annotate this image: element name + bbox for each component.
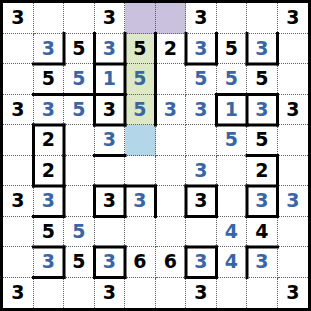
cell-r7c3[interactable] [64,186,95,217]
cell-r2c4[interactable]: 3 [95,34,126,65]
cell-r6c3[interactable] [64,156,95,187]
cell-value: 3 [255,252,268,271]
cell-value: 3 [11,191,24,210]
cell-r6c10[interactable] [278,156,309,187]
cell-value: 3 [286,8,299,27]
cell-r8c7[interactable] [186,217,217,248]
cell-r5c9[interactable]: 5 [247,125,278,156]
cell-r9c4[interactable]: 3 [95,247,126,278]
cell-r9c3[interactable]: 5 [64,247,95,278]
cell-r3c9[interactable]: 5 [247,64,278,95]
cell-value: 5 [225,69,238,88]
cell-value: 3 [103,252,116,271]
cell-r3c2[interactable]: 5 [34,64,65,95]
cell-r9c2[interactable]: 3 [34,247,65,278]
cell-r4c9[interactable]: 3 [247,95,278,126]
cell-r6c6[interactable] [156,156,187,187]
cell-r7c7[interactable]: 3 [186,186,217,217]
cell-r2c3[interactable]: 5 [64,34,95,65]
cell-r4c6[interactable]: 3 [156,95,187,126]
cell-r10c4[interactable]: 3 [95,278,126,309]
cell-r5c4[interactable]: 3 [95,125,126,156]
cell-r7c4[interactable]: 3 [95,186,126,217]
cell-r5c10[interactable] [278,125,309,156]
cell-value: 3 [103,39,116,58]
cell-r3c6[interactable] [156,64,187,95]
cell-r9c1[interactable] [3,247,34,278]
cell-value: 3 [194,161,207,180]
cell-value: 3 [194,191,207,210]
cell-value: 2 [42,130,55,149]
cell-r7c8[interactable] [217,186,248,217]
cell-value: 1 [225,100,238,119]
cell-value: 5 [133,100,146,119]
cell-r10c1[interactable]: 3 [3,278,34,309]
cell-value: 3 [103,8,116,27]
cell-value: 5 [133,39,146,58]
cell-value: 3 [42,191,55,210]
cell-value: 6 [133,252,146,271]
cell-r8c3[interactable]: 5 [64,217,95,248]
cell-r3c5[interactable]: 5 [125,64,156,95]
cell-r7c10[interactable]: 3 [278,186,309,217]
cell-r10c8[interactable] [217,278,248,309]
cell-value: 4 [255,222,268,241]
cell-value: 3 [42,100,55,119]
cell-value: 6 [164,252,177,271]
cell-r7c9[interactable]: 3 [247,186,278,217]
cell-r1c8[interactable] [217,3,248,34]
cell-r7c1[interactable]: 3 [3,186,34,217]
cell-value: 3 [194,283,207,302]
cell-r9c6[interactable]: 6 [156,247,187,278]
cell-r1c2[interactable] [34,3,65,34]
cell-r2c2[interactable]: 3 [34,34,65,65]
cell-r3c4[interactable]: 1 [95,64,126,95]
cell-value: 3 [11,8,24,27]
cell-r3c10[interactable] [278,64,309,95]
cell-r8c6[interactable] [156,217,187,248]
cell-r5c5[interactable] [125,125,156,156]
cell-r4c5[interactable]: 5 [125,95,156,126]
cell-r10c2[interactable] [34,278,65,309]
cell-r5c2[interactable]: 2 [34,125,65,156]
cell-value: 3 [286,283,299,302]
cell-r9c10[interactable] [278,247,309,278]
cell-value: 5 [194,69,207,88]
cell-value: 3 [11,283,24,302]
cell-r8c8[interactable]: 4 [217,217,248,248]
cell-r9c7[interactable]: 3 [186,247,217,278]
cell-r7c5[interactable]: 3 [125,186,156,217]
cell-value: 5 [72,39,85,58]
cell-value: 3 [103,191,116,210]
cell-r10c5[interactable] [125,278,156,309]
cell-r10c10[interactable]: 3 [278,278,309,309]
cell-r2c6[interactable]: 2 [156,34,187,65]
cell-r5c8[interactable]: 5 [217,125,248,156]
cell-value: 5 [225,130,238,149]
cell-r2c10[interactable] [278,34,309,65]
cell-value: 3 [286,100,299,119]
cell-r9c9[interactable]: 3 [247,247,278,278]
cell-value: 3 [103,283,116,302]
cell-value: 3 [255,39,268,58]
cell-value: 5 [255,130,268,149]
cell-r1c3[interactable] [64,3,95,34]
cell-r5c1[interactable] [3,125,34,156]
cell-r5c7[interactable] [186,125,217,156]
cell-r4c7[interactable]: 3 [186,95,217,126]
cell-r6c5[interactable] [125,156,156,187]
cell-value: 3 [255,100,268,119]
cell-value: 3 [42,39,55,58]
cell-r8c9[interactable]: 4 [247,217,278,248]
cell-value: 2 [42,161,55,180]
cell-value: 5 [255,69,268,88]
cell-r4c10[interactable]: 3 [278,95,309,126]
cell-r8c2[interactable]: 5 [34,217,65,248]
cell-r2c7[interactable]: 3 [186,34,217,65]
cell-r2c5[interactable]: 5 [125,34,156,65]
cell-value: 3 [194,8,207,27]
cell-r6c9[interactable]: 2 [247,156,278,187]
cell-r2c1[interactable] [3,34,34,65]
cell-value: 3 [194,100,207,119]
cell-r6c8[interactable] [217,156,248,187]
cell-value: 5 [72,100,85,119]
cell-r7c2[interactable]: 3 [34,186,65,217]
cell-value: 3 [42,252,55,271]
cell-r6c1[interactable] [3,156,34,187]
cell-r1c4[interactable]: 3 [95,3,126,34]
cell-r9c5[interactable]: 6 [125,247,156,278]
cell-r6c2[interactable]: 2 [34,156,65,187]
cell-value: 1 [103,69,116,88]
cell-r3c8[interactable]: 5 [217,64,248,95]
cell-value: 3 [194,252,207,271]
cell-value: 3 [286,191,299,210]
puzzle-grid[interactable]: 3333353523535515555335353313323552323333… [3,3,308,308]
cell-r1c1[interactable]: 3 [3,3,34,34]
puzzle-screenshot: 3333353523535515555335353313323552323333… [0,0,311,311]
cell-value: 5 [42,69,55,88]
cell-value: 5 [72,222,85,241]
cell-r3c7[interactable]: 5 [186,64,217,95]
cell-r8c5[interactable] [125,217,156,248]
cell-value: 5 [42,222,55,241]
cell-r4c8[interactable]: 1 [217,95,248,126]
cell-r2c9[interactable]: 3 [247,34,278,65]
cell-r8c4[interactable] [95,217,126,248]
cell-r10c3[interactable] [64,278,95,309]
cell-r4c2[interactable]: 3 [34,95,65,126]
cell-value: 2 [255,161,268,180]
cell-r8c1[interactable] [3,217,34,248]
cell-r10c6[interactable] [156,278,187,309]
cell-value: 3 [11,100,24,119]
cell-r1c7[interactable]: 3 [186,3,217,34]
cell-r6c4[interactable] [95,156,126,187]
cell-r8c10[interactable] [278,217,309,248]
cell-r4c4[interactable]: 3 [95,95,126,126]
cell-r10c7[interactable]: 3 [186,278,217,309]
cell-r4c3[interactable]: 5 [64,95,95,126]
cell-r1c5[interactable] [125,3,156,34]
cell-r1c9[interactable] [247,3,278,34]
cell-value: 5 [133,69,146,88]
cell-value: 2 [164,39,177,58]
cell-value: 3 [103,100,116,119]
cell-r1c10[interactable]: 3 [278,3,309,34]
cell-value: 3 [164,100,177,119]
cell-r10c9[interactable] [247,278,278,309]
cell-r3c3[interactable]: 5 [64,64,95,95]
cell-value: 3 [255,191,268,210]
cell-r4c1[interactable]: 3 [3,95,34,126]
cell-value: 4 [225,222,238,241]
cell-r6c7[interactable]: 3 [186,156,217,187]
cell-value: 3 [194,39,207,58]
cell-r7c6[interactable] [156,186,187,217]
cell-r1c6[interactable] [156,3,187,34]
cell-value: 5 [72,252,85,271]
cell-r3c1[interactable] [3,64,34,95]
puzzle-board: 3333353523535515555335353313323552323333… [0,0,311,311]
cell-value: 5 [72,69,85,88]
cell-r2c8[interactable]: 5 [217,34,248,65]
cell-r5c6[interactable] [156,125,187,156]
cell-value: 5 [225,39,238,58]
cell-r5c3[interactable] [64,125,95,156]
cell-value: 3 [133,191,146,210]
cell-value: 4 [225,252,238,271]
cell-r9c8[interactable]: 4 [217,247,248,278]
cell-value: 3 [103,130,116,149]
